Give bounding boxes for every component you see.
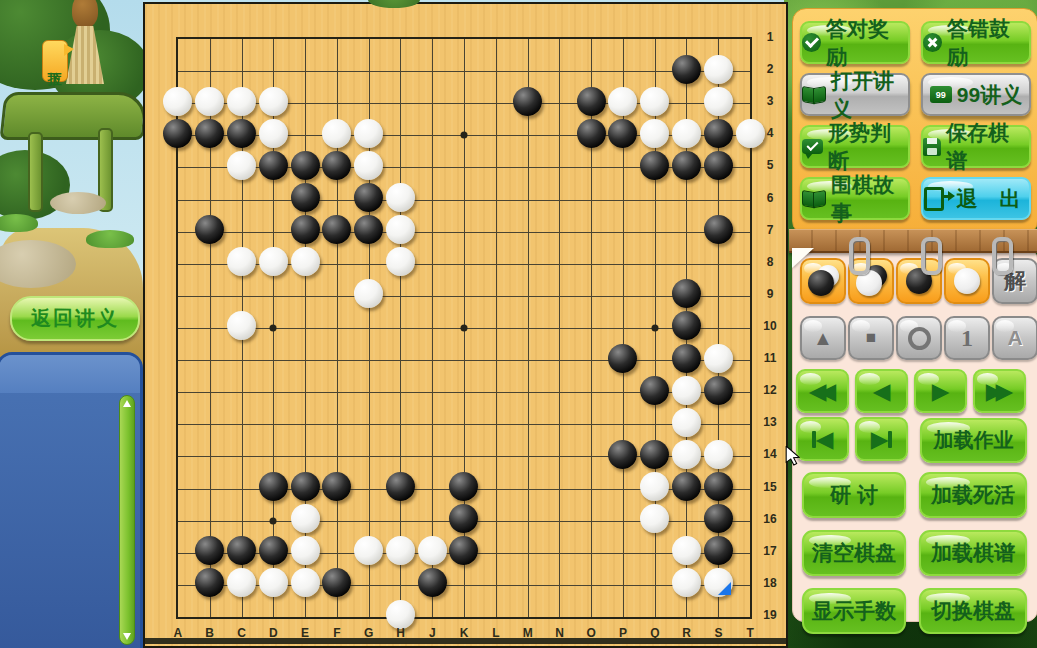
black-stone-R10	[672, 311, 701, 340]
black-stone-R15	[672, 472, 701, 501]
white-stone-E17	[291, 536, 320, 565]
letter-icon: A	[1007, 326, 1022, 350]
white-stone-G4	[354, 119, 383, 148]
black-stone-B17	[195, 536, 224, 565]
black-stone-S12	[704, 376, 733, 405]
white-stone-R13	[672, 408, 701, 437]
row-label-7: 7	[759, 214, 781, 246]
white-stone-Q4	[640, 119, 669, 148]
black-stone-E6	[291, 183, 320, 212]
button-label: 保存棋谱	[946, 119, 1029, 175]
grass-tuft	[86, 230, 134, 248]
black-stone-K17	[449, 536, 478, 565]
black-stone-G7	[354, 215, 383, 244]
row-label-15: 15	[759, 471, 781, 503]
button-label: 99讲义	[957, 81, 1022, 109]
white-stone-E8	[291, 247, 320, 276]
story-book-icon	[802, 190, 826, 207]
button-label: 清空棋盘	[812, 539, 896, 567]
white-stone-R17	[672, 536, 701, 565]
black-stone-P11	[608, 344, 637, 373]
white-stone-D4	[259, 119, 288, 148]
scroll-up-icon[interactable]	[123, 400, 131, 407]
black-stone-S15	[704, 472, 733, 501]
white-stone-C5	[227, 151, 256, 180]
black-stone-A4	[163, 119, 192, 148]
column-label-F: F	[321, 626, 353, 642]
black-stone-Q14	[640, 440, 669, 469]
to-start-icon: ◀	[816, 426, 834, 453]
mode-white-only-button[interactable]	[944, 258, 990, 304]
button-label: 围棋故事	[831, 171, 908, 227]
discuss-button[interactable]: 研 讨	[802, 472, 906, 518]
black-stone-B18	[195, 568, 224, 597]
white-stone-P3	[608, 87, 637, 116]
black-stone-K16	[449, 504, 478, 533]
black-stone-E5	[291, 151, 320, 180]
binder-ring-icon	[921, 237, 942, 275]
binder-ring-icon	[992, 237, 1013, 275]
exit-button[interactable]: 退 出	[921, 177, 1031, 220]
grass-tuft	[0, 214, 38, 232]
button-label: 切换棋盘	[931, 597, 1015, 625]
button-label: 研 讨	[830, 481, 878, 509]
square-icon: ■	[866, 328, 876, 348]
button-label: 答错鼓励	[947, 15, 1029, 71]
tassel-knob	[72, 0, 98, 28]
white-stone-R14	[672, 440, 701, 469]
row-labels: 12345678910111213141516171819	[759, 21, 781, 631]
book-99-icon: 99	[930, 86, 952, 103]
row-label-5: 5	[759, 149, 781, 181]
fast-forward-icon: ▶▶	[994, 378, 1005, 405]
row-label-4: 4	[759, 117, 781, 149]
white-stone-H8	[386, 247, 415, 276]
column-label-R: R	[671, 626, 703, 642]
show-move-numbers-button[interactable]: 显示手数	[802, 588, 906, 634]
column-label-D: D	[257, 626, 289, 642]
row-label-13: 13	[759, 406, 781, 438]
rewind-button[interactable]: ◀◀	[796, 369, 849, 413]
white-stone-D8	[259, 247, 288, 276]
black-stone-icon	[808, 270, 834, 296]
black-stone-C17	[227, 536, 256, 565]
check-circle-icon	[802, 33, 821, 52]
black-stone-R5	[672, 151, 701, 180]
black-stone-O3	[577, 87, 606, 116]
white-stone-D18	[259, 568, 288, 597]
binder-ring-icon	[849, 237, 870, 275]
button-label: 打开讲义	[831, 67, 908, 123]
marker-circle-button[interactable]	[896, 316, 942, 360]
black-stone-P4	[608, 119, 637, 148]
white-stone-Q3	[640, 87, 669, 116]
switch-board-button[interactable]: 切换棋盘	[919, 588, 1027, 634]
black-stone-S16	[704, 504, 733, 533]
triangle-icon: ▲	[813, 327, 833, 350]
white-stone-S18	[704, 568, 733, 597]
rock	[50, 192, 106, 214]
pavilion-roof	[0, 92, 149, 140]
column-label-O: O	[575, 626, 607, 642]
black-stone-K15	[449, 472, 478, 501]
to-end-button[interactable]: ▶	[855, 417, 908, 461]
to-end-icon: ▶	[871, 426, 889, 453]
mode-black-white-alt-button[interactable]	[800, 258, 846, 304]
app-window: 下拉 返回讲义 ABCDEFGHJKLMNOPQRST 123456789101…	[0, 0, 1037, 648]
black-stone-R11	[672, 344, 701, 373]
row-label-14: 14	[759, 438, 781, 470]
white-stone-S2	[704, 55, 733, 84]
white-stone-Q16	[640, 504, 669, 533]
black-stone-S4	[704, 119, 733, 148]
button-label: 加载棋谱	[931, 539, 1015, 567]
main-menu-panel: 答对奖励 答错鼓励 打开讲义 99 99讲义 形势判断 保存棋谱 围棋故事 退	[792, 8, 1037, 235]
floppy-disk-icon	[923, 138, 941, 156]
white-stone-E18	[291, 568, 320, 597]
scrollbar[interactable]	[119, 395, 135, 645]
white-stone-R12	[672, 376, 701, 405]
row-label-1: 1	[759, 21, 781, 53]
black-stone-F18	[322, 568, 351, 597]
button-label: 显示手数	[812, 597, 896, 625]
black-stone-R2	[672, 55, 701, 84]
white-stone-C8	[227, 247, 256, 276]
white-stone-H17	[386, 536, 415, 565]
open-book-icon	[802, 86, 826, 103]
black-stone-Q12	[640, 376, 669, 405]
white-stone-R18	[672, 568, 701, 597]
row-label-16: 16	[759, 503, 781, 535]
load-tsumego-button[interactable]: 加载死活	[919, 472, 1027, 518]
load-kifu-button[interactable]: 加载棋谱	[919, 530, 1027, 576]
black-stone-G6	[354, 183, 383, 212]
column-label-H: H	[385, 626, 417, 642]
white-stone-S11	[704, 344, 733, 373]
column-label-L: L	[480, 626, 512, 642]
black-stone-D15	[259, 472, 288, 501]
white-stone-C10	[227, 311, 256, 340]
row-label-3: 3	[759, 85, 781, 117]
column-label-N: N	[544, 626, 576, 642]
white-stone-C3	[227, 87, 256, 116]
white-stone-Q15	[640, 472, 669, 501]
button-label: 答对奖励	[826, 15, 908, 71]
black-stone-F7	[322, 215, 351, 244]
white-stone-E16	[291, 504, 320, 533]
black-stone-F15	[322, 472, 351, 501]
mouse-cursor	[785, 446, 801, 466]
column-label-M: M	[512, 626, 544, 642]
bubble-check-icon	[802, 139, 823, 154]
position-judgement-button[interactable]: 形势判断	[800, 125, 910, 168]
playback-row: ◀◀ ◀ ▶ ▶▶	[796, 369, 1026, 413]
black-stone-F5	[322, 151, 351, 180]
black-stone-M3	[513, 87, 542, 116]
black-stone-S17	[704, 536, 733, 565]
column-label-A: A	[162, 626, 194, 642]
marker-tool-row: ▲ ■ 1 A	[800, 316, 1037, 360]
column-label-G: G	[353, 626, 385, 642]
row-label-2: 2	[759, 53, 781, 85]
end-bar-icon	[888, 431, 892, 448]
button-label: 加载作业	[934, 427, 1014, 454]
go-stories-button[interactable]: 围棋故事	[800, 177, 910, 220]
column-labels: ABCDEFGHJKLMNOPQRST	[162, 626, 766, 642]
black-stone-D17	[259, 536, 288, 565]
column-label-Q: Q	[639, 626, 671, 642]
button-label: 形势判断	[828, 119, 908, 175]
encourage-wrong-button[interactable]: 答错鼓励	[921, 21, 1031, 64]
row-label-9: 9	[759, 278, 781, 310]
rewind-icon: ◀◀	[817, 378, 828, 405]
pavilion-post	[28, 132, 43, 212]
white-stone-J17	[418, 536, 447, 565]
black-stone-B4	[195, 119, 224, 148]
row-label-6: 6	[759, 182, 781, 214]
column-label-B: B	[194, 626, 226, 642]
column-label-E: E	[289, 626, 321, 642]
open-lecture-button[interactable]: 打开讲义	[800, 73, 910, 116]
marker-letter-button[interactable]: A	[992, 316, 1037, 360]
black-stone-P14	[608, 440, 637, 469]
step-forward-button[interactable]: ▶	[914, 369, 967, 413]
black-stone-E15	[291, 472, 320, 501]
column-label-S: S	[703, 626, 735, 642]
white-stone-S3	[704, 87, 733, 116]
scroll-down-icon[interactable]	[123, 633, 131, 640]
black-stone-H15	[386, 472, 415, 501]
lectures-99-button[interactable]: 99 99讲义	[921, 73, 1031, 116]
exit-door-icon	[924, 187, 944, 211]
white-stone-D3	[259, 87, 288, 116]
save-kifu-button[interactable]: 保存棋谱	[921, 125, 1031, 168]
column-label-J: J	[416, 626, 448, 642]
row-label-8: 8	[759, 246, 781, 278]
row-label-11: 11	[759, 342, 781, 374]
white-stone-G5	[354, 151, 383, 180]
return-to-lecture-button[interactable]: 返回讲义	[10, 296, 140, 341]
white-stone-B3	[195, 87, 224, 116]
circle-icon	[908, 327, 931, 350]
pull-tab-pointer	[64, 44, 74, 56]
white-stone-H7	[386, 215, 415, 244]
lecture-panel-header	[0, 355, 140, 393]
button-label: 退 出	[949, 185, 1029, 213]
stones-layer	[162, 21, 766, 631]
black-stone-J18	[418, 568, 447, 597]
to-start-button[interactable]: ◀	[796, 417, 849, 461]
row-label-18: 18	[759, 567, 781, 599]
step-back-button[interactable]: ◀	[855, 369, 908, 413]
black-stone-S7	[704, 215, 733, 244]
button-label: 加载死活	[931, 481, 1015, 509]
reward-correct-button[interactable]: 答对奖励	[800, 21, 910, 64]
clear-board-button[interactable]: 清空棋盘	[802, 530, 906, 576]
row-label-17: 17	[759, 535, 781, 567]
white-stone-G17	[354, 536, 383, 565]
row-label-10: 10	[759, 310, 781, 342]
jump-row: ◀ ▶	[796, 417, 908, 461]
black-stone-C4	[227, 119, 256, 148]
last-move-marker	[718, 582, 731, 595]
black-stone-R9	[672, 279, 701, 308]
white-stone-C18	[227, 568, 256, 597]
column-label-K: K	[448, 626, 480, 642]
black-stone-Q5	[640, 151, 669, 180]
marker-square-button[interactable]: ■	[848, 316, 894, 360]
black-stone-B7	[195, 215, 224, 244]
white-stone-G9	[354, 279, 383, 308]
forward-icon: ▶	[932, 378, 950, 405]
fast-forward-button[interactable]: ▶▶	[973, 369, 1026, 413]
lecture-list-panel	[0, 352, 143, 648]
row-label-19: 19	[759, 599, 781, 631]
white-stone-S14	[704, 440, 733, 469]
white-stone-F4	[322, 119, 351, 148]
back-icon: ◀	[873, 378, 891, 405]
black-stone-D5	[259, 151, 288, 180]
black-stone-S5	[704, 151, 733, 180]
column-label-C: C	[226, 626, 258, 642]
go-board[interactable]: ABCDEFGHJKLMNOPQRST 12345678910111213141…	[143, 2, 788, 648]
black-stone-E7	[291, 215, 320, 244]
white-stone-H6	[386, 183, 415, 212]
black-stone-O4	[577, 119, 606, 148]
number-icon: 1	[961, 325, 973, 352]
white-stone-icon	[954, 268, 980, 294]
white-stone-A3	[163, 87, 192, 116]
row-label-12: 12	[759, 374, 781, 406]
marker-triangle-button[interactable]: ▲	[800, 316, 846, 360]
marker-number-button[interactable]: 1	[944, 316, 990, 360]
x-circle-icon	[923, 33, 942, 52]
column-label-P: P	[607, 626, 639, 642]
load-homework-button[interactable]: 加载作业	[920, 418, 1027, 463]
white-stone-R4	[672, 119, 701, 148]
